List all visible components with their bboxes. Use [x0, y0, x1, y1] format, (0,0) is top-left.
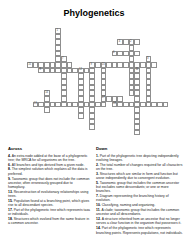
cell-number: 9	[90, 63, 91, 66]
cell-number: 15	[28, 63, 31, 66]
down-clues: Down 1. Part of the phylogenetic tree de…	[93, 146, 188, 235]
cell-number: 11	[136, 68, 139, 71]
clue-item: 12. A structure inherited from an ancest…	[96, 217, 184, 226]
across-header: Across	[8, 146, 90, 151]
clue-item: 15. Population found at a branching poin…	[8, 199, 90, 208]
cell-number: 12	[79, 68, 82, 71]
across-clues: Across 4. An extra node added at the bas…	[0, 146, 93, 235]
cell-number: 8	[39, 68, 40, 71]
down-header: Down	[96, 146, 184, 151]
clue-number: 15.	[8, 199, 14, 203]
cell-number: 14	[45, 91, 48, 94]
clue-number: 3.	[96, 172, 100, 176]
cell-number: 17	[102, 96, 105, 99]
clue-number: 14.	[96, 226, 102, 230]
clue-item: 14. Part of the phylogenetic tree which …	[96, 226, 184, 235]
clue-number: 11.	[96, 208, 101, 212]
clue-item: 18. Structures which evolved from the sa…	[8, 217, 90, 226]
clue-number: 1.	[96, 154, 100, 158]
grid-block	[163, 130, 169, 136]
cell-number: 2	[130, 40, 131, 43]
cell-number: 3	[147, 57, 148, 60]
clue-item: 3. Structures which are similar in form …	[96, 172, 184, 181]
clue-number: 18.	[8, 217, 14, 221]
crossword-grid: 142673159108121114171318	[10, 28, 168, 135]
clue-item: 2. The total number of changes required …	[96, 163, 184, 172]
clue-number: 12.	[96, 217, 102, 221]
clue-number: 4.	[8, 154, 12, 158]
clue-number: 2.	[96, 163, 100, 167]
cell-number: 7	[62, 57, 63, 60]
clue-lists: Across 4. An extra node added at the bas…	[0, 146, 188, 235]
clue-item: 9. Taxonomic group that does not include…	[8, 177, 90, 190]
cell-number: 13	[34, 102, 37, 105]
clue-item: 1. Part of the phylogenetic tree depicti…	[96, 154, 184, 163]
clue-number: 8.	[8, 167, 12, 171]
cell-number: 4	[119, 40, 120, 43]
clue-item: 17. Part of the phylogenetic tree which …	[8, 208, 90, 217]
cell-number: 18	[113, 102, 116, 105]
cell-number: 1	[56, 29, 57, 32]
clue-item: 5. Taxonomic group that includes the com…	[96, 181, 184, 194]
clue-number: 7.	[96, 194, 100, 198]
clue-item: 7. Diagram representing the branching hi…	[96, 194, 184, 203]
page-title: Phylogenetics	[0, 8, 188, 18]
clue-item: 4. An extra node added at the base of a …	[8, 154, 90, 163]
clue-number: 13.	[8, 190, 14, 194]
clue-number: 10.	[96, 203, 102, 207]
clue-number: 5.	[96, 181, 100, 185]
clue-item: 6. All branches and tips derived from a …	[8, 163, 90, 167]
clue-item: 10. Classifying, naming and organizing.	[96, 203, 184, 207]
clue-number: 6.	[8, 163, 12, 167]
cell-number: 6	[113, 51, 114, 54]
clue-number: 17.	[8, 208, 14, 212]
clue-number: 9.	[8, 177, 12, 181]
cell-number: 10	[102, 63, 105, 66]
clue-item: 13. Reconstruction of evolutionary relat…	[8, 190, 90, 199]
clue-item: 11. A clade; taxonomic group that includ…	[96, 208, 184, 217]
clue-item: 8. The simplest solution which explains …	[8, 167, 90, 176]
